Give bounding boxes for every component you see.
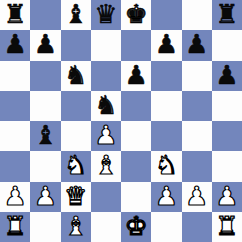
square-f5[interactable] <box>151 91 181 121</box>
piece-white-bishop-icon[interactable]: ♝ <box>64 213 87 239</box>
piece-black-pawn-icon[interactable]: ♟ <box>215 62 238 88</box>
square-d1[interactable] <box>91 212 121 242</box>
piece-black-knight-icon[interactable]: ♞ <box>94 92 117 118</box>
square-d6[interactable] <box>91 61 121 91</box>
square-b2[interactable]: ♟ <box>30 182 60 212</box>
square-f8[interactable] <box>151 0 181 30</box>
square-a5[interactable] <box>0 91 30 121</box>
piece-black-pawn-icon[interactable]: ♟ <box>124 62 147 88</box>
square-h8[interactable]: ♜ <box>212 0 242 30</box>
square-e5[interactable] <box>121 91 151 121</box>
square-h3[interactable] <box>212 151 242 181</box>
square-g7[interactable]: ♟ <box>182 30 212 60</box>
piece-white-pawn-icon[interactable]: ♟ <box>215 183 238 209</box>
square-b4[interactable]: ♝ <box>30 121 60 151</box>
square-c2[interactable]: ♛ <box>61 182 91 212</box>
square-e3[interactable] <box>121 151 151 181</box>
square-c1[interactable]: ♝ <box>61 212 91 242</box>
square-e6[interactable]: ♟ <box>121 61 151 91</box>
piece-white-pawn-icon[interactable]: ♟ <box>155 183 178 209</box>
piece-white-pawn-icon[interactable]: ♟ <box>3 183 26 209</box>
square-c7[interactable] <box>61 30 91 60</box>
square-d8[interactable]: ♛ <box>91 0 121 30</box>
piece-black-king-icon[interactable]: ♚ <box>124 1 147 27</box>
square-h4[interactable] <box>212 121 242 151</box>
square-d4[interactable]: ♟ <box>91 121 121 151</box>
square-d7[interactable] <box>91 30 121 60</box>
square-h5[interactable] <box>212 91 242 121</box>
square-a4[interactable] <box>0 121 30 151</box>
square-e7[interactable] <box>121 30 151 60</box>
square-g2[interactable]: ♟ <box>182 182 212 212</box>
square-b1[interactable] <box>30 212 60 242</box>
square-d2[interactable] <box>91 182 121 212</box>
piece-white-knight-icon[interactable]: ♞ <box>155 152 178 178</box>
piece-black-bishop-icon[interactable]: ♝ <box>34 122 57 148</box>
square-d5[interactable]: ♞ <box>91 91 121 121</box>
square-f4[interactable] <box>151 121 181 151</box>
square-a7[interactable]: ♟ <box>0 30 30 60</box>
square-a3[interactable] <box>0 151 30 181</box>
square-f7[interactable]: ♟ <box>151 30 181 60</box>
square-d3[interactable]: ♝ <box>91 151 121 181</box>
piece-black-knight-icon[interactable]: ♞ <box>64 62 87 88</box>
square-f3[interactable]: ♞ <box>151 151 181 181</box>
piece-white-rook-icon[interactable]: ♜ <box>3 213 26 239</box>
square-h6[interactable]: ♟ <box>212 61 242 91</box>
square-c6[interactable]: ♞ <box>61 61 91 91</box>
square-c8[interactable]: ♝ <box>61 0 91 30</box>
piece-white-king-icon[interactable]: ♚ <box>124 213 147 239</box>
square-b5[interactable] <box>30 91 60 121</box>
square-g8[interactable] <box>182 0 212 30</box>
square-b7[interactable]: ♟ <box>30 30 60 60</box>
piece-black-pawn-icon[interactable]: ♟ <box>34 31 57 57</box>
square-b6[interactable] <box>30 61 60 91</box>
piece-black-queen-icon[interactable]: ♛ <box>94 1 117 27</box>
square-e4[interactable] <box>121 121 151 151</box>
square-e1[interactable]: ♚ <box>121 212 151 242</box>
piece-black-rook-icon[interactable]: ♜ <box>215 1 238 27</box>
square-f6[interactable] <box>151 61 181 91</box>
square-e2[interactable] <box>121 182 151 212</box>
piece-white-pawn-icon[interactable]: ♟ <box>94 122 117 148</box>
piece-white-pawn-icon[interactable]: ♟ <box>185 183 208 209</box>
piece-black-bishop-icon[interactable]: ♝ <box>64 1 87 27</box>
square-g5[interactable] <box>182 91 212 121</box>
square-g4[interactable] <box>182 121 212 151</box>
square-b8[interactable] <box>30 0 60 30</box>
piece-white-bishop-icon[interactable]: ♝ <box>94 152 117 178</box>
piece-black-rook-icon[interactable]: ♜ <box>3 1 26 27</box>
square-f2[interactable]: ♟ <box>151 182 181 212</box>
piece-white-queen-icon[interactable]: ♛ <box>64 183 87 209</box>
square-g6[interactable] <box>182 61 212 91</box>
square-h1[interactable]: ♜ <box>212 212 242 242</box>
square-g1[interactable] <box>182 212 212 242</box>
chess-board: ♜♝♛♚♜♟♟♟♟♞♟♟♞♝♟♞♝♞♟♟♛♟♟♟♜♝♚♜ <box>0 0 242 242</box>
square-c3[interactable]: ♞ <box>61 151 91 181</box>
square-c5[interactable] <box>61 91 91 121</box>
square-a8[interactable]: ♜ <box>0 0 30 30</box>
piece-black-pawn-icon[interactable]: ♟ <box>3 31 26 57</box>
square-h2[interactable]: ♟ <box>212 182 242 212</box>
square-b3[interactable] <box>30 151 60 181</box>
piece-black-pawn-icon[interactable]: ♟ <box>185 31 208 57</box>
square-f1[interactable] <box>151 212 181 242</box>
piece-white-pawn-icon[interactable]: ♟ <box>34 183 57 209</box>
square-g3[interactable] <box>182 151 212 181</box>
piece-black-pawn-icon[interactable]: ♟ <box>155 31 178 57</box>
square-a6[interactable] <box>0 61 30 91</box>
square-a2[interactable]: ♟ <box>0 182 30 212</box>
square-a1[interactable]: ♜ <box>0 212 30 242</box>
piece-white-knight-icon[interactable]: ♞ <box>64 152 87 178</box>
square-c4[interactable] <box>61 121 91 151</box>
piece-white-rook-icon[interactable]: ♜ <box>215 213 238 239</box>
square-h7[interactable] <box>212 30 242 60</box>
square-e8[interactable]: ♚ <box>121 0 151 30</box>
